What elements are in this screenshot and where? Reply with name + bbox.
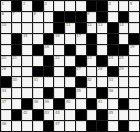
crossword-cell-r6-c4[interactable] bbox=[33, 56, 43, 66]
crossword-cell-r3-c9[interactable]: 12 bbox=[87, 23, 97, 33]
crossword-cell-r12-c2[interactable] bbox=[12, 121, 22, 131]
crossword-cell-r10-c11[interactable] bbox=[108, 99, 118, 109]
clue-number: 15 bbox=[22, 34, 27, 39]
clue-number: 44 bbox=[54, 110, 59, 115]
crossword-cell-r8-c3[interactable] bbox=[22, 77, 32, 87]
crossword-cell-r7-c1[interactable]: 26 bbox=[1, 67, 11, 77]
clue-number: 2 bbox=[22, 1, 25, 6]
clue-number: 20 bbox=[1, 56, 6, 61]
crossword-cell-r3-c1[interactable]: 10 bbox=[1, 23, 11, 33]
black-square-r10-c6 bbox=[54, 99, 64, 109]
clue-number: 3 bbox=[44, 1, 47, 6]
black-square-r3-c8 bbox=[76, 23, 86, 33]
clue-number: 29 bbox=[119, 67, 124, 72]
clue-number: 36 bbox=[108, 88, 113, 93]
black-square-r10-c12 bbox=[119, 99, 129, 109]
crossword-cell-r11-c1[interactable] bbox=[1, 110, 11, 120]
crossword-cell-r4-c12[interactable] bbox=[119, 34, 129, 44]
crossword-cell-r9-c8[interactable]: 35 bbox=[76, 88, 86, 98]
crossword-cell-r8-c13[interactable] bbox=[129, 77, 139, 87]
crossword-cell-r9-c1[interactable]: 34 bbox=[1, 88, 11, 98]
clue-number: 39 bbox=[44, 99, 49, 104]
crossword-cell-r1-c6[interactable] bbox=[54, 1, 64, 11]
crossword-cell-r4-c8[interactable]: 17 bbox=[76, 34, 86, 44]
crossword-cell-r9-c9[interactable] bbox=[87, 88, 97, 98]
crossword-cell-r7-c10[interactable]: 28 bbox=[97, 67, 107, 77]
crossword-cell-r6-c7[interactable] bbox=[65, 56, 75, 66]
black-square-r5-c7 bbox=[65, 45, 75, 55]
crossword-cell-r1-c8[interactable] bbox=[76, 1, 86, 11]
black-square-r9-c10 bbox=[97, 88, 107, 98]
clue-number: 10 bbox=[1, 23, 6, 28]
black-square-r2-c10 bbox=[97, 12, 107, 22]
clue-number: 34 bbox=[1, 88, 6, 93]
black-square-r2-c6 bbox=[54, 12, 64, 22]
clue-number: 19 bbox=[129, 45, 134, 50]
crossword-cell-r6-c12[interactable]: 25 bbox=[119, 56, 129, 66]
black-square-r1-c4 bbox=[33, 1, 43, 11]
crossword-cell-r2-c4[interactable]: 8 bbox=[33, 12, 43, 22]
clue-number: 45 bbox=[108, 110, 113, 115]
crossword-cell-r6-c13[interactable] bbox=[129, 56, 139, 66]
crossword-cell-r1-c13[interactable]: 5 bbox=[129, 1, 139, 11]
black-square-r11-c10 bbox=[97, 110, 107, 120]
crossword-cell-r11-c11[interactable]: 45 bbox=[108, 110, 118, 120]
black-square-r7-c7 bbox=[65, 67, 75, 77]
crossword-cell-r11-c3[interactable]: 42 bbox=[22, 110, 32, 120]
crossword-cell-r4-c6[interactable]: 16 bbox=[54, 34, 64, 44]
clue-number: 14 bbox=[119, 23, 124, 28]
crossword-cell-r12-c1[interactable]: 46 bbox=[1, 121, 11, 131]
crossword-cell-r5-c5[interactable]: 18 bbox=[44, 45, 54, 55]
crossword-cell-r3-c12[interactable]: 14 bbox=[119, 23, 129, 33]
crossword-cell-r5-c13[interactable]: 19 bbox=[129, 45, 139, 55]
black-square-r4-c11 bbox=[108, 34, 118, 44]
clue-number: 8 bbox=[33, 12, 36, 17]
clue-number: 21 bbox=[12, 56, 17, 61]
crossword-cell-r8-c11[interactable]: 33 bbox=[108, 77, 118, 87]
clue-number: 47 bbox=[54, 121, 59, 126]
clue-number: 25 bbox=[119, 56, 124, 61]
crossword-cell-r8-c10[interactable] bbox=[97, 77, 107, 87]
black-square-r7-c5 bbox=[44, 67, 54, 77]
clue-number: 37 bbox=[1, 99, 6, 104]
black-square-r5-c2 bbox=[12, 45, 22, 55]
crossword-cell-r8-c7[interactable] bbox=[65, 77, 75, 87]
clue-number: 43 bbox=[44, 110, 49, 115]
crossword-cell-r11-c6[interactable]: 44 bbox=[54, 110, 64, 120]
black-square-r12-c5 bbox=[44, 121, 54, 131]
crossword-cell-r1-c5[interactable]: 3 bbox=[44, 1, 54, 11]
black-square-r1-c2 bbox=[12, 1, 22, 11]
crossword-cell-r12-c8[interactable] bbox=[76, 121, 86, 131]
clue-number: 1 bbox=[1, 1, 4, 6]
crossword-cell-r12-c6[interactable]: 47 bbox=[54, 121, 64, 131]
crossword-cell-r3-c5[interactable] bbox=[44, 23, 54, 33]
crossword-cell-r4-c4[interactable] bbox=[33, 34, 43, 44]
crossword-cell-r5-c3[interactable] bbox=[22, 45, 32, 55]
clue-number: 18 bbox=[44, 45, 49, 50]
crossword-cell-r9-c4[interactable] bbox=[33, 88, 43, 98]
black-square-r9-c5 bbox=[44, 88, 54, 98]
crossword-cell-r4-c7[interactable] bbox=[65, 34, 75, 44]
crossword-cell-r2-c3[interactable] bbox=[22, 12, 32, 22]
black-square-r4-c5 bbox=[44, 34, 54, 44]
black-square-r11-c2 bbox=[12, 110, 22, 120]
clue-number: 17 bbox=[76, 34, 81, 39]
crossword-cell-r2-c1[interactable]: 6 bbox=[1, 12, 11, 22]
crossword-grid: 1234567891011121314151617181920212223242… bbox=[0, 0, 140, 132]
crossword-cell-r10-c10[interactable]: 41 bbox=[97, 99, 107, 109]
crossword-cell-r8-c4[interactable]: 31 bbox=[33, 77, 43, 87]
crossword-cell-r11-c7[interactable] bbox=[65, 110, 75, 120]
clue-number: 32 bbox=[87, 77, 92, 82]
crossword-cell-r10-c7[interactable]: 40 bbox=[65, 99, 75, 109]
crossword-cell-r3-c2[interactable] bbox=[12, 23, 22, 33]
crossword-cell-r1-c3[interactable]: 2 bbox=[22, 1, 32, 11]
black-square-r2-c12 bbox=[119, 12, 129, 22]
black-square-r5-c12 bbox=[119, 45, 129, 55]
crossword-cell-r3-c3[interactable] bbox=[22, 23, 32, 33]
crossword-cell-r8-c9[interactable]: 32 bbox=[87, 77, 97, 87]
crossword-cell-r8-c5[interactable] bbox=[44, 77, 54, 87]
crossword-cell-r7-c12[interactable]: 29 bbox=[119, 67, 129, 77]
black-square-r4-c9 bbox=[87, 34, 97, 44]
black-square-r12-c9 bbox=[87, 121, 97, 131]
crossword-cell-r1-c1[interactable]: 1 bbox=[1, 1, 11, 11]
crossword-cell-r7-c13[interactable] bbox=[129, 67, 139, 77]
crossword-cell-r2-c13[interactable] bbox=[129, 12, 139, 22]
clue-number: 6 bbox=[1, 12, 4, 17]
crossword-cell-r2-c2[interactable]: 7 bbox=[12, 12, 22, 22]
black-square-r4-c13 bbox=[129, 34, 139, 44]
black-square-r11-c8 bbox=[76, 110, 86, 120]
crossword-cell-r9-c2[interactable] bbox=[12, 88, 22, 98]
crossword-cell-r12-c13[interactable] bbox=[129, 121, 139, 131]
clue-number: 30 bbox=[12, 77, 17, 82]
crossword-cell-r10-c5[interactable]: 39 bbox=[44, 99, 54, 109]
clue-number: 41 bbox=[97, 99, 102, 104]
crossword-cell-r1-c11[interactable]: 4 bbox=[108, 1, 118, 11]
black-square-r8-c8 bbox=[76, 77, 86, 87]
crossword-cell-r11-c13[interactable] bbox=[129, 110, 139, 120]
crossword-cell-r11-c9[interactable] bbox=[87, 110, 97, 120]
black-square-r3-c6 bbox=[54, 23, 64, 33]
black-square-r1-c10 bbox=[97, 1, 107, 11]
crossword-cell-r9-c11[interactable]: 36 bbox=[108, 88, 118, 98]
black-square-r12-c10 bbox=[97, 121, 107, 131]
black-square-r10-c9 bbox=[87, 99, 97, 109]
black-square-r7-c11 bbox=[108, 67, 118, 77]
black-square-r10-c3 bbox=[22, 99, 32, 109]
crossword-cell-r12-c7[interactable] bbox=[65, 121, 75, 131]
crossword-cell-r2-c9[interactable]: 9 bbox=[87, 12, 97, 22]
crossword-cell-r8-c2[interactable]: 30 bbox=[12, 77, 22, 87]
crossword-cell-r2-c5[interactable] bbox=[44, 12, 54, 22]
black-square-r6-c10 bbox=[97, 56, 107, 66]
black-square-r5-c9 bbox=[87, 45, 97, 55]
crossword-cell-r3-c7[interactable]: 11 bbox=[65, 23, 75, 33]
clue-number: 12 bbox=[87, 23, 92, 28]
clue-number: 28 bbox=[97, 67, 102, 72]
crossword-cell-r3-c10[interactable]: 13 bbox=[97, 23, 107, 33]
black-square-r1-c9 bbox=[87, 1, 97, 11]
black-square-r12-c12 bbox=[119, 121, 129, 131]
clue-number: 27 bbox=[76, 67, 81, 72]
clue-number: 42 bbox=[22, 110, 27, 115]
crossword-cell-r3-c4[interactable] bbox=[33, 23, 43, 33]
crossword-cell-r12-c3[interactable] bbox=[22, 121, 32, 131]
crossword-cell-r5-c1[interactable] bbox=[1, 45, 11, 55]
crossword-cell-r4-c3[interactable]: 15 bbox=[22, 34, 32, 44]
black-square-r11-c4 bbox=[33, 110, 43, 120]
clue-number: 33 bbox=[108, 77, 113, 82]
crossword-cell-r12-c4[interactable] bbox=[33, 121, 43, 131]
crossword-cell-r7-c8[interactable]: 27 bbox=[76, 67, 86, 77]
crossword-cell-r10-c8[interactable] bbox=[76, 99, 86, 109]
clue-number: 13 bbox=[97, 23, 102, 28]
crossword-cell-r10-c1[interactable]: 37 bbox=[1, 99, 11, 109]
crossword-cell-r6-c6[interactable]: 22 bbox=[54, 56, 64, 66]
black-square-r7-c4 bbox=[33, 67, 43, 77]
crossword-cell-r5-c10[interactable] bbox=[97, 45, 107, 55]
black-square-r5-c11 bbox=[108, 45, 118, 55]
crossword-cell-r11-c12[interactable] bbox=[119, 110, 129, 120]
black-square-r4-c2 bbox=[12, 34, 22, 44]
crossword-cell-r3-c13[interactable] bbox=[129, 23, 139, 33]
clue-number: 26 bbox=[1, 67, 6, 72]
crossword-cell-r10-c2[interactable] bbox=[12, 99, 22, 109]
crossword-cell-r8-c12[interactable] bbox=[119, 77, 129, 87]
clue-number: 46 bbox=[1, 121, 6, 126]
crossword-cell-r6-c3[interactable] bbox=[22, 56, 32, 66]
black-square-r8-c1 bbox=[1, 77, 11, 87]
clue-number: 40 bbox=[65, 99, 70, 104]
clue-number: 35 bbox=[76, 88, 81, 93]
black-square-r2-c8 bbox=[76, 12, 86, 22]
clue-number: 11 bbox=[65, 23, 70, 28]
clue-number: 38 bbox=[33, 99, 38, 104]
clue-number: 24 bbox=[108, 56, 113, 61]
crossword-cell-r7-c2[interactable] bbox=[12, 67, 22, 77]
black-square-r6-c8 bbox=[76, 56, 86, 66]
crossword-cell-r6-c1[interactable]: 20 bbox=[1, 56, 11, 66]
clue-number: 7 bbox=[12, 12, 15, 17]
black-square-r2-c7 bbox=[65, 12, 75, 22]
black-square-r3-c11 bbox=[108, 23, 118, 33]
clue-number: 16 bbox=[54, 34, 59, 39]
crossword-cell-r6-c2[interactable]: 21 bbox=[12, 56, 22, 66]
crossword-cell-r10-c4[interactable]: 38 bbox=[33, 99, 43, 109]
crossword-cell-r4-c1[interactable] bbox=[1, 34, 11, 44]
crossword-cell-r1-c7[interactable] bbox=[65, 1, 75, 11]
crossword-cell-r11-c5[interactable]: 43 bbox=[44, 110, 54, 120]
clue-number: 23 bbox=[87, 56, 92, 61]
crossword-cell-r9-c13[interactable] bbox=[129, 88, 139, 98]
crossword-cell-r12-c11[interactable] bbox=[108, 121, 118, 131]
clue-number: 5 bbox=[129, 1, 132, 6]
crossword-cell-r2-c11[interactable] bbox=[108, 12, 118, 22]
clue-number: 4 bbox=[108, 1, 111, 6]
black-square-r5-c4 bbox=[33, 45, 43, 55]
crossword-cell-r8-c6[interactable] bbox=[54, 77, 64, 87]
crossword-cell-r5-c8[interactable] bbox=[76, 45, 86, 55]
crossword-cell-r7-c9[interactable] bbox=[87, 67, 97, 77]
crossword-cell-r7-c3[interactable] bbox=[22, 67, 32, 77]
crossword-cell-r10-c13[interactable] bbox=[129, 99, 139, 109]
clue-number: 31 bbox=[33, 77, 38, 82]
crossword-cell-r1-c12[interactable] bbox=[119, 1, 129, 11]
black-square-r6-c5 bbox=[44, 56, 54, 66]
crossword-cell-r6-c9[interactable]: 23 bbox=[87, 56, 97, 66]
clue-number: 22 bbox=[54, 56, 59, 61]
crossword-cell-r7-c6[interactable] bbox=[54, 67, 64, 77]
crossword-cell-r9-c12[interactable] bbox=[119, 88, 129, 98]
crossword-cell-r4-c10[interactable] bbox=[97, 34, 107, 44]
clue-number: 9 bbox=[87, 12, 90, 17]
black-square-r9-c7 bbox=[65, 88, 75, 98]
crossword-cell-r9-c6[interactable] bbox=[54, 88, 64, 98]
crossword-cell-r6-c11[interactable]: 24 bbox=[108, 56, 118, 66]
crossword-cell-r5-c6[interactable] bbox=[54, 45, 64, 55]
crossword-cell-r9-c3[interactable] bbox=[22, 88, 32, 98]
